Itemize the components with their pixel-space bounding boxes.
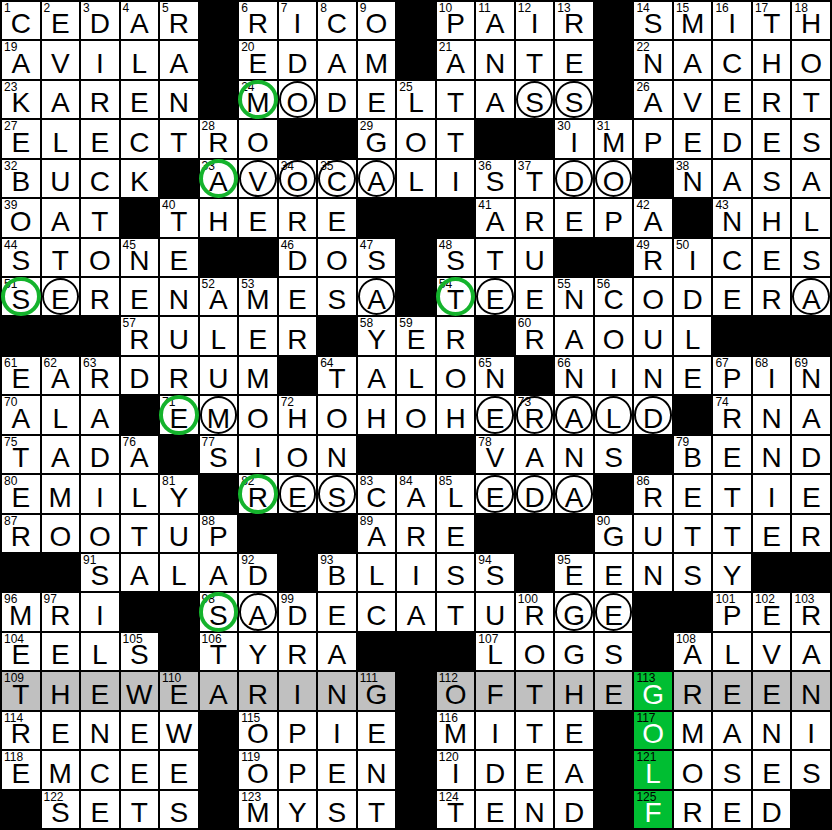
cell-r8c20[interactable]: R [753,278,791,315]
cell-r8c19[interactable]: E [713,278,751,315]
cell-r1c5[interactable]: 5R [160,2,198,39]
cell-r21c14[interactable]: N [516,791,554,828]
cell-r8c17[interactable]: O [634,278,672,315]
cell-r5c14[interactable]: 37T [516,160,554,197]
cell-r10c20[interactable]: 68I [753,357,791,394]
cell-r10c21[interactable]: 69N [792,357,830,394]
cell-r20c4[interactable]: E [121,751,159,788]
cell-r9c5[interactable]: U [160,317,198,354]
cell-r5c3[interactable]: C [81,160,119,197]
cell-r6c15[interactable]: E [555,199,593,236]
cell-r15c11[interactable]: I [397,554,435,591]
cell-r16c11[interactable]: A [397,593,435,630]
cell-r1c7[interactable]: 6R [239,2,277,39]
cell-r15c6[interactable]: A [200,554,238,591]
cell-r19c14[interactable]: T [516,712,554,749]
cell-r8c1[interactable]: 51S [2,278,40,315]
cell-r10c9[interactable]: 64T [318,357,356,394]
cell-r17c20[interactable]: V [753,633,791,670]
cell-r11c1[interactable]: 70A [2,396,40,433]
cell-r3c18[interactable]: V [674,81,712,118]
cell-r8c5[interactable]: N [160,278,198,315]
cell-r10c16[interactable]: I [595,357,633,394]
cell-r5c19[interactable]: A [713,160,751,197]
cell-r20c1[interactable]: 118E [2,751,40,788]
cell-r19c10[interactable]: E [358,712,396,749]
cell-r13c10[interactable]: 83C [358,475,396,512]
cell-r15c15[interactable]: 95E [555,554,593,591]
cell-r11c9[interactable]: O [318,396,356,433]
cell-r5c16[interactable]: O [595,160,633,197]
cell-r2c12[interactable]: 21A [437,41,475,78]
cell-r20c7[interactable]: 119O [239,751,277,788]
cell-r13c21[interactable]: E [792,475,830,512]
cell-r3c8[interactable]: O [279,81,317,118]
cell-r17c7[interactable]: Y [239,633,277,670]
cell-r2c3[interactable]: I [81,41,119,78]
cell-r16c7[interactable]: A [239,593,277,630]
cell-r12c15[interactable]: N [555,436,593,473]
cell-r21c5[interactable]: S [160,791,198,828]
cell-r20c21[interactable]: S [792,751,830,788]
cell-r19c18[interactable]: M [674,712,712,749]
cell-r16c16[interactable]: E [595,593,633,630]
cell-r11c15[interactable]: A [555,396,593,433]
cell-r12c8[interactable]: O [279,436,317,473]
cell-r2c10[interactable]: M [358,41,396,78]
cell-r11c10[interactable]: H [358,396,396,433]
cell-r21c20[interactable]: D [753,791,791,828]
cell-r13c4[interactable]: L [121,475,159,512]
cell-r8c16[interactable]: 56C [595,278,633,315]
cell-r19c9[interactable]: I [318,712,356,749]
cell-r3c7[interactable]: 24M [239,81,277,118]
cell-r10c4[interactable]: D [121,357,159,394]
cell-r7c9[interactable]: O [318,239,356,276]
cell-r1c8[interactable]: 7I [279,2,317,39]
cell-r12c19[interactable]: E [713,436,751,473]
cell-r6c1[interactable]: 39O [2,199,40,236]
cell-r6c14[interactable]: R [516,199,554,236]
cell-r18c17[interactable]: 113G [634,672,672,709]
cell-r21c19[interactable]: E [713,791,751,828]
cell-r7c4[interactable]: 45N [121,239,159,276]
cell-r19c2[interactable]: E [42,712,80,749]
cell-r19c4[interactable]: E [121,712,159,749]
cell-r18c15[interactable]: H [555,672,593,709]
cell-r9c11[interactable]: 59E [397,317,435,354]
cell-r14c12[interactable]: E [437,515,475,552]
cell-r15c13[interactable]: 94S [476,554,514,591]
cell-r21c13[interactable]: E [476,791,514,828]
cell-r7c19[interactable]: C [713,239,751,276]
cell-r16c13[interactable]: U [476,593,514,630]
cell-r1c10[interactable]: 9O [358,2,396,39]
cell-r19c13[interactable]: I [476,712,514,749]
cell-r3c13[interactable]: A [476,81,514,118]
cell-r20c17[interactable]: 121L [634,751,672,788]
cell-r8c21[interactable]: A [792,278,830,315]
cell-r3c10[interactable]: E [358,81,396,118]
cell-r13c12[interactable]: 85L [437,475,475,512]
cell-r5c13[interactable]: 36S [476,160,514,197]
cell-r14c6[interactable]: 88P [200,515,238,552]
cell-r4c5[interactable]: T [160,120,198,157]
cell-r4c11[interactable]: O [397,120,435,157]
cell-r12c14[interactable]: A [516,436,554,473]
cell-r18c5[interactable]: 110E [160,672,198,709]
cell-r9c17[interactable]: U [634,317,672,354]
cell-r1c15[interactable]: 13R [555,2,593,39]
cell-r2c19[interactable]: C [713,41,751,78]
cell-r8c12[interactable]: 54T [437,278,475,315]
cell-r13c18[interactable]: E [674,475,712,512]
cell-r2c9[interactable]: A [318,41,356,78]
cell-r7c17[interactable]: 49R [634,239,672,276]
cell-r19c1[interactable]: 114R [2,712,40,749]
cell-r6c8[interactable]: R [279,199,317,236]
cell-r13c7[interactable]: 82R [239,475,277,512]
cell-r20c5[interactable]: E [160,751,198,788]
cell-r7c18[interactable]: 50I [674,239,712,276]
cell-r8c14[interactable]: E [516,278,554,315]
cell-r5c6[interactable]: 33A [200,160,238,197]
cell-r14c1[interactable]: 87R [2,515,40,552]
cell-r14c11[interactable]: R [397,515,435,552]
cell-r20c19[interactable]: S [713,751,751,788]
cell-r18c7[interactable]: R [239,672,277,709]
cell-r18c16[interactable]: E [595,672,633,709]
cell-r14c19[interactable]: T [713,515,751,552]
cell-r1c19[interactable]: 16I [713,2,751,39]
cell-r3c11[interactable]: 25L [397,81,435,118]
cell-r19c17[interactable]: 117O [634,712,672,749]
cell-r7c21[interactable]: S [792,239,830,276]
cell-r4c3[interactable]: E [81,120,119,157]
cell-r9c7[interactable]: E [239,317,277,354]
cell-r2c2[interactable]: V [42,41,80,78]
cell-r18c19[interactable]: E [713,672,751,709]
cell-r11c2[interactable]: L [42,396,80,433]
cell-r2c4[interactable]: L [121,41,159,78]
cell-r19c19[interactable]: A [713,712,751,749]
cell-r20c12[interactable]: 120I [437,751,475,788]
cell-r6c16[interactable]: P [595,199,633,236]
cell-r12c16[interactable]: S [595,436,633,473]
cell-r19c15[interactable]: E [555,712,593,749]
cell-r12c21[interactable]: D [792,436,830,473]
cell-r21c8[interactable]: Y [279,791,317,828]
cell-r3c2[interactable]: A [42,81,80,118]
cell-r16c21[interactable]: 103R [792,593,830,630]
cell-r1c14[interactable]: 12I [516,2,554,39]
cell-r17c19[interactable]: L [713,633,751,670]
cell-r13c17[interactable]: 86R [634,475,672,512]
cell-r7c3[interactable]: O [81,239,119,276]
cell-r6c9[interactable]: E [318,199,356,236]
cell-r3c15[interactable]: S [555,81,593,118]
cell-r5c12[interactable]: I [437,160,475,197]
cell-r13c1[interactable]: 80E [2,475,40,512]
cell-r5c8[interactable]: 34O [279,160,317,197]
cell-r12c4[interactable]: 76A [121,436,159,473]
cell-r19c20[interactable]: N [753,712,791,749]
cell-r1c12[interactable]: 10P [437,2,475,39]
cell-r7c8[interactable]: 46D [279,239,317,276]
cell-r8c4[interactable]: E [121,278,159,315]
cell-r16c19[interactable]: 101P [713,593,751,630]
cell-r21c7[interactable]: 123M [239,791,277,828]
cell-r2c1[interactable]: 19A [2,41,40,78]
cell-r10c11[interactable]: L [397,357,435,394]
cell-r1c20[interactable]: 17T [753,2,791,39]
cell-r13c20[interactable]: I [753,475,791,512]
cell-r8c10[interactable]: A [358,278,396,315]
cell-r6c2[interactable]: A [42,199,80,236]
cell-r7c1[interactable]: 44S [2,239,40,276]
cell-r6c6[interactable]: H [200,199,238,236]
cell-r5c9[interactable]: 35C [318,160,356,197]
cell-r19c21[interactable]: I [792,712,830,749]
cell-r14c2[interactable]: O [42,515,80,552]
cell-r12c7[interactable]: I [239,436,277,473]
cell-r4c21[interactable]: S [792,120,830,157]
cell-r10c2[interactable]: 62A [42,357,80,394]
cell-r10c3[interactable]: 63R [81,357,119,394]
cell-r11c14[interactable]: 73R [516,396,554,433]
cell-r11c16[interactable]: L [595,396,633,433]
cell-r21c3[interactable]: E [81,791,119,828]
cell-r8c18[interactable]: D [674,278,712,315]
cell-r17c14[interactable]: O [516,633,554,670]
cell-r6c19[interactable]: 43N [713,199,751,236]
cell-r21c9[interactable]: S [318,791,356,828]
cell-r9c16[interactable]: O [595,317,633,354]
cell-r15c19[interactable]: Y [713,554,751,591]
cell-r12c6[interactable]: 77S [200,436,238,473]
cell-r7c14[interactable]: U [516,239,554,276]
cell-r12c2[interactable]: A [42,436,80,473]
cell-r1c13[interactable]: 11A [476,2,514,39]
cell-r15c9[interactable]: 93B [318,554,356,591]
cell-r3c4[interactable]: E [121,81,159,118]
cell-r4c4[interactable]: C [121,120,159,157]
cell-r18c1[interactable]: 109T [2,672,40,709]
cell-r13c2[interactable]: M [42,475,80,512]
cell-r4c16[interactable]: 31M [595,120,633,157]
cell-r1c2[interactable]: 2E [42,2,80,39]
cell-r7c10[interactable]: 47S [358,239,396,276]
cell-r18c12[interactable]: 112O [437,672,475,709]
cell-r2c13[interactable]: N [476,41,514,78]
cell-r15c7[interactable]: 92D [239,554,277,591]
cell-r11c7[interactable]: O [239,396,277,433]
cell-r9c10[interactable]: 58Y [358,317,396,354]
cell-r5c7[interactable]: V [239,160,277,197]
cell-r10c17[interactable]: N [634,357,672,394]
cell-r21c17[interactable]: 125F [634,791,672,828]
cell-r4c19[interactable]: D [713,120,751,157]
cell-r5c21[interactable]: A [792,160,830,197]
cell-r3c5[interactable]: N [160,81,198,118]
cell-r8c2[interactable]: E [42,278,80,315]
cell-r3c1[interactable]: 23K [2,81,40,118]
cell-r4c18[interactable]: E [674,120,712,157]
cell-r19c8[interactable]: P [279,712,317,749]
cell-r12c1[interactable]: 75T [2,436,40,473]
cell-r17c18[interactable]: 108A [674,633,712,670]
cell-r20c14[interactable]: E [516,751,554,788]
cell-r10c12[interactable]: O [437,357,475,394]
cell-r14c17[interactable]: U [634,515,672,552]
cell-r2c15[interactable]: E [555,41,593,78]
cell-r15c3[interactable]: 91S [81,554,119,591]
cell-r6c13[interactable]: 41A [476,199,514,236]
cell-r10c18[interactable]: E [674,357,712,394]
cell-r8c3[interactable]: R [81,278,119,315]
cell-r8c7[interactable]: 53M [239,278,277,315]
cell-r20c15[interactable]: A [555,751,593,788]
cell-r12c20[interactable]: N [753,436,791,473]
cell-r15c18[interactable]: S [674,554,712,591]
cell-r16c8[interactable]: 99D [279,593,317,630]
cell-r19c7[interactable]: 115O [239,712,277,749]
cell-r13c3[interactable]: I [81,475,119,512]
cell-r15c17[interactable]: N [634,554,672,591]
cell-r14c18[interactable]: T [674,515,712,552]
cell-r13c14[interactable]: D [516,475,554,512]
cell-r17c1[interactable]: 104E [2,633,40,670]
cell-r18c8[interactable]: I [279,672,317,709]
cell-r4c10[interactable]: 29G [358,120,396,157]
cell-r16c6[interactable]: 98S [200,593,238,630]
cell-r15c16[interactable]: E [595,554,633,591]
cell-r14c5[interactable]: U [160,515,198,552]
cell-r4c6[interactable]: 28R [200,120,238,157]
cell-r2c17[interactable]: 22N [634,41,672,78]
cell-r17c16[interactable]: S [595,633,633,670]
cell-r14c4[interactable]: T [121,515,159,552]
cell-r18c13[interactable]: F [476,672,514,709]
cell-r20c20[interactable]: E [753,751,791,788]
cell-r12c18[interactable]: 79B [674,436,712,473]
cell-r10c5[interactable]: R [160,357,198,394]
cell-r20c13[interactable]: D [476,751,514,788]
cell-r21c2[interactable]: 122S [42,791,80,828]
cell-r13c11[interactable]: 84A [397,475,435,512]
cell-r18c18[interactable]: R [674,672,712,709]
cell-r1c18[interactable]: 15M [674,2,712,39]
cell-r17c3[interactable]: L [81,633,119,670]
cell-r11c6[interactable]: M [200,396,238,433]
cell-r6c20[interactable]: H [753,199,791,236]
cell-r9c8[interactable]: R [279,317,317,354]
cell-r18c20[interactable]: E [753,672,791,709]
cell-r11c17[interactable]: D [634,396,672,433]
cell-r3c3[interactable]: R [81,81,119,118]
cell-r3c19[interactable]: E [713,81,751,118]
cell-r19c5[interactable]: W [160,712,198,749]
cell-r16c12[interactable]: T [437,593,475,630]
cell-r11c20[interactable]: N [753,396,791,433]
cell-r5c2[interactable]: U [42,160,80,197]
cell-r6c5[interactable]: 40T [160,199,198,236]
cell-r20c18[interactable]: O [674,751,712,788]
cell-r2c8[interactable]: D [279,41,317,78]
cell-r16c2[interactable]: 97R [42,593,80,630]
cell-r14c3[interactable]: O [81,515,119,552]
cell-r1c3[interactable]: 3D [81,2,119,39]
cell-r16c10[interactable]: C [358,593,396,630]
cell-r17c4[interactable]: 105S [121,633,159,670]
cell-r12c13[interactable]: 78V [476,436,514,473]
cell-r3c20[interactable]: R [753,81,791,118]
cell-r13c19[interactable]: T [713,475,751,512]
cell-r1c4[interactable]: 4A [121,2,159,39]
cell-r2c7[interactable]: 20E [239,41,277,78]
cell-r16c20[interactable]: 102E [753,593,791,630]
cell-r18c2[interactable]: H [42,672,80,709]
cell-r10c19[interactable]: 67P [713,357,751,394]
cell-r11c21[interactable]: A [792,396,830,433]
cell-r5c20[interactable]: S [753,160,791,197]
cell-r12c9[interactable]: N [318,436,356,473]
cell-r10c7[interactable]: M [239,357,277,394]
cell-r2c5[interactable]: A [160,41,198,78]
cell-r15c5[interactable]: L [160,554,198,591]
cell-r4c17[interactable]: P [634,120,672,157]
cell-r20c10[interactable]: N [358,751,396,788]
cell-r2c20[interactable]: H [753,41,791,78]
cell-r20c2[interactable]: M [42,751,80,788]
cell-r11c12[interactable]: H [437,396,475,433]
cell-r9c15[interactable]: A [555,317,593,354]
cell-r13c13[interactable]: E [476,475,514,512]
cell-r3c17[interactable]: 26A [634,81,672,118]
cell-r2c14[interactable]: T [516,41,554,78]
cell-r11c11[interactable]: O [397,396,435,433]
cell-r7c20[interactable]: E [753,239,791,276]
cell-r13c8[interactable]: E [279,475,317,512]
cell-r3c12[interactable]: T [437,81,475,118]
cell-r9c12[interactable]: R [437,317,475,354]
cell-r5c15[interactable]: D [555,160,593,197]
cell-r6c3[interactable]: T [81,199,119,236]
cell-r5c10[interactable]: A [358,160,396,197]
cell-r16c3[interactable]: I [81,593,119,630]
cell-r1c9[interactable]: 8C [318,2,356,39]
cell-r18c9[interactable]: N [318,672,356,709]
cell-r11c3[interactable]: A [81,396,119,433]
cell-r15c12[interactable]: S [437,554,475,591]
cell-r8c8[interactable]: E [279,278,317,315]
cell-r20c8[interactable]: P [279,751,317,788]
cell-r8c6[interactable]: 52A [200,278,238,315]
cell-r11c5[interactable]: 71E [160,396,198,433]
cell-r9c14[interactable]: 60R [516,317,554,354]
cell-r18c4[interactable]: W [121,672,159,709]
cell-r5c18[interactable]: 38N [674,160,712,197]
cell-r10c6[interactable]: U [200,357,238,394]
cell-r11c13[interactable]: E [476,396,514,433]
cell-r6c21[interactable]: L [792,199,830,236]
cell-r14c10[interactable]: 89A [358,515,396,552]
cell-r19c3[interactable]: N [81,712,119,749]
cell-r5c11[interactable]: L [397,160,435,197]
cell-r18c21[interactable]: N [792,672,830,709]
cell-r17c9[interactable]: A [318,633,356,670]
cell-r2c18[interactable]: A [674,41,712,78]
